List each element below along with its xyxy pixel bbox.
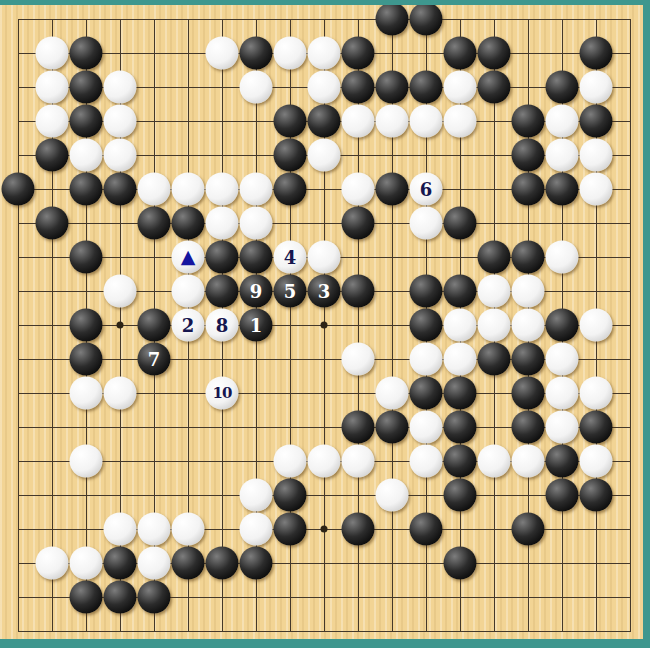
stone-white xyxy=(36,71,69,104)
stone-black xyxy=(478,343,511,376)
stone-white xyxy=(70,547,103,580)
stone-black xyxy=(104,173,137,206)
stone-white xyxy=(444,343,477,376)
stone-white xyxy=(580,309,613,342)
star-point xyxy=(117,322,124,329)
stone-black xyxy=(274,173,307,206)
move-number-label: 1 xyxy=(250,316,263,334)
stone-black xyxy=(70,343,103,376)
stone-black xyxy=(546,479,579,512)
stone-black xyxy=(342,207,375,240)
stone-black xyxy=(444,411,477,444)
stone-black xyxy=(36,207,69,240)
stone-white xyxy=(546,139,579,172)
stone-black xyxy=(410,71,443,104)
stone-white xyxy=(376,105,409,138)
stone-white xyxy=(444,309,477,342)
stone-black xyxy=(70,173,103,206)
stone-white xyxy=(546,377,579,410)
stone-white xyxy=(240,479,273,512)
stone-black xyxy=(70,37,103,70)
stone-black-move-1: 1 xyxy=(240,309,273,342)
stone-white-move-10: 10 xyxy=(206,377,239,410)
stone-white xyxy=(410,105,443,138)
stone-white xyxy=(138,513,171,546)
stone-white xyxy=(478,309,511,342)
stone-white xyxy=(104,513,137,546)
stone-black xyxy=(70,581,103,614)
stone-white xyxy=(512,445,545,478)
board-frame-bottom xyxy=(0,639,650,648)
stone-black xyxy=(512,343,545,376)
move-number-label: 9 xyxy=(250,282,263,300)
stone-black xyxy=(342,71,375,104)
stone-white xyxy=(104,139,137,172)
stone-black xyxy=(274,139,307,172)
stone-black xyxy=(512,173,545,206)
stone-black xyxy=(104,581,137,614)
stone-black xyxy=(240,37,273,70)
stone-black xyxy=(376,411,409,444)
stone-white xyxy=(546,411,579,444)
stone-white xyxy=(410,207,443,240)
stone-white xyxy=(444,105,477,138)
stone-black xyxy=(2,173,35,206)
stone-black xyxy=(274,479,307,512)
stone-black xyxy=(444,275,477,308)
stone-black xyxy=(274,105,307,138)
move-number-label: 4 xyxy=(284,248,297,266)
stone-black xyxy=(240,547,273,580)
move-number-label: 10 xyxy=(213,386,232,401)
stone-white xyxy=(70,139,103,172)
stone-black xyxy=(172,207,205,240)
stone-white xyxy=(104,105,137,138)
stone-white xyxy=(172,173,205,206)
stone-black xyxy=(240,241,273,274)
stone-white xyxy=(240,513,273,546)
stone-white xyxy=(104,377,137,410)
stone-white xyxy=(172,513,205,546)
stone-white xyxy=(342,445,375,478)
stone-black xyxy=(104,547,137,580)
star-point xyxy=(321,322,328,329)
stone-white xyxy=(342,105,375,138)
stone-black-move-7: 7 xyxy=(138,343,171,376)
stone-white xyxy=(274,37,307,70)
stone-black xyxy=(478,241,511,274)
stone-black xyxy=(70,71,103,104)
move-number-label: 5 xyxy=(284,282,297,300)
stone-white xyxy=(580,377,613,410)
stone-black xyxy=(70,241,103,274)
grid-line-vertical xyxy=(18,19,19,632)
stone-white xyxy=(240,207,273,240)
stone-white xyxy=(36,105,69,138)
stone-black xyxy=(512,377,545,410)
stone-white xyxy=(546,343,579,376)
board-frame-top xyxy=(0,0,650,5)
stone-black xyxy=(444,445,477,478)
stone-black xyxy=(444,547,477,580)
stone-white xyxy=(70,377,103,410)
stone-black xyxy=(342,275,375,308)
stone-white xyxy=(308,139,341,172)
stone-black-move-3: 3 xyxy=(308,275,341,308)
stone-white xyxy=(308,37,341,70)
stone-black xyxy=(546,173,579,206)
stone-black-move-9: 9 xyxy=(240,275,273,308)
stone-white xyxy=(206,173,239,206)
stone-white xyxy=(104,71,137,104)
move-number-label: 6 xyxy=(420,180,433,198)
board-frame-right xyxy=(643,0,650,648)
stone-black xyxy=(206,275,239,308)
stone-white xyxy=(308,445,341,478)
move-number-label: 2 xyxy=(182,316,195,334)
stone-white xyxy=(512,309,545,342)
stone-black xyxy=(580,479,613,512)
stone-black xyxy=(274,513,307,546)
stone-white xyxy=(444,71,477,104)
stone-black xyxy=(138,207,171,240)
stone-black xyxy=(376,3,409,36)
stone-white xyxy=(410,411,443,444)
stone-white xyxy=(410,343,443,376)
stone-black xyxy=(546,309,579,342)
move-number-label: 3 xyxy=(318,282,331,300)
stone-black xyxy=(376,71,409,104)
stone-black xyxy=(580,105,613,138)
stone-black xyxy=(342,411,375,444)
stone-white xyxy=(206,37,239,70)
stone-white-move-2: 2 xyxy=(172,309,205,342)
stone-white xyxy=(138,173,171,206)
stone-black xyxy=(36,139,69,172)
stone-black xyxy=(410,513,443,546)
stone-black xyxy=(512,513,545,546)
stone-black xyxy=(512,411,545,444)
stone-black xyxy=(546,71,579,104)
stone-black xyxy=(410,377,443,410)
stone-white: ▲ xyxy=(172,241,205,274)
stone-white xyxy=(240,71,273,104)
move-number-label: 8 xyxy=(216,316,229,334)
stone-white xyxy=(410,445,443,478)
stone-black xyxy=(546,445,579,478)
stone-white xyxy=(376,479,409,512)
stone-black-move-5: 5 xyxy=(274,275,307,308)
stone-black xyxy=(70,309,103,342)
stone-black xyxy=(342,37,375,70)
stone-black xyxy=(410,309,443,342)
stone-white xyxy=(342,173,375,206)
stone-black xyxy=(444,479,477,512)
stone-black xyxy=(512,105,545,138)
stone-white xyxy=(70,445,103,478)
grid-line-vertical xyxy=(630,19,631,632)
stone-black xyxy=(138,309,171,342)
stone-black xyxy=(376,173,409,206)
stone-white xyxy=(580,139,613,172)
stone-white xyxy=(546,105,579,138)
stone-black xyxy=(444,207,477,240)
stone-black xyxy=(478,37,511,70)
stone-black xyxy=(580,411,613,444)
stone-white xyxy=(478,445,511,478)
stone-white xyxy=(546,241,579,274)
stone-white xyxy=(36,547,69,580)
star-point xyxy=(321,526,328,533)
stone-white xyxy=(36,37,69,70)
go-board[interactable]: 6▲4953281710 xyxy=(0,0,650,648)
stone-black xyxy=(512,241,545,274)
stone-black xyxy=(308,105,341,138)
stone-black xyxy=(138,581,171,614)
stone-black xyxy=(410,275,443,308)
stone-black xyxy=(70,105,103,138)
stone-black xyxy=(580,37,613,70)
stone-white xyxy=(512,275,545,308)
stone-black xyxy=(444,377,477,410)
stone-white xyxy=(206,207,239,240)
stone-white xyxy=(580,173,613,206)
stone-black xyxy=(206,547,239,580)
stone-white xyxy=(104,275,137,308)
stone-white xyxy=(580,445,613,478)
stone-white xyxy=(342,343,375,376)
move-number-label: 7 xyxy=(148,350,161,368)
stone-white xyxy=(308,71,341,104)
stone-black xyxy=(512,139,545,172)
stone-black xyxy=(342,513,375,546)
stone-black xyxy=(172,547,205,580)
stone-black xyxy=(478,71,511,104)
stone-white-move-8: 8 xyxy=(206,309,239,342)
stone-white xyxy=(138,547,171,580)
stone-white xyxy=(240,173,273,206)
stone-white-move-4: 4 xyxy=(274,241,307,274)
triangle-marker-icon: ▲ xyxy=(181,246,196,265)
stone-black xyxy=(410,3,443,36)
stone-white xyxy=(172,275,205,308)
stone-white xyxy=(274,445,307,478)
stone-white-move-6: 6 xyxy=(410,173,443,206)
stone-black xyxy=(206,241,239,274)
stone-white xyxy=(580,71,613,104)
stone-white xyxy=(376,377,409,410)
stone-black xyxy=(444,37,477,70)
stone-white xyxy=(478,275,511,308)
stone-white xyxy=(308,241,341,274)
